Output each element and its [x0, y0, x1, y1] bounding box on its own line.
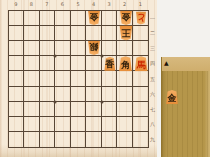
square-7-5[interactable] [40, 71, 55, 86]
square-9-4[interactable] [9, 56, 24, 71]
square-8-8[interactable] [24, 117, 39, 132]
shogi-diagram: 987654321 金金と王銀香角馬 一二三四五六七八九 ▲ 金 [0, 0, 210, 157]
square-4-2[interactable] [86, 26, 101, 41]
square-8-1[interactable] [24, 11, 39, 26]
square-1-3[interactable] [133, 41, 148, 56]
rank-label-5: 五 [148, 74, 157, 84]
square-3-3[interactable] [102, 41, 117, 56]
square-2-8[interactable] [117, 117, 132, 132]
square-8-4[interactable] [24, 56, 39, 71]
sente-hand-pieces: 金 [162, 71, 210, 157]
square-1-9[interactable] [133, 132, 148, 147]
rank-label-9: 九 [148, 134, 157, 144]
square-6-7[interactable] [55, 102, 70, 117]
rank-label-7: 七 [148, 104, 157, 114]
square-9-2[interactable] [9, 26, 24, 41]
rank-label-3: 三 [148, 43, 157, 53]
square-7-4[interactable] [40, 56, 55, 71]
file-label-8: 8 [26, 1, 36, 8]
square-5-3[interactable] [71, 41, 86, 56]
piece-glyph: 金 [168, 94, 177, 103]
square-8-6[interactable] [24, 87, 39, 102]
square-3-9[interactable] [102, 132, 117, 147]
square-6-3[interactable] [55, 41, 70, 56]
square-3-8[interactable] [102, 117, 117, 132]
file-label-3: 3 [104, 1, 114, 8]
rank-label-8: 八 [148, 119, 157, 129]
piece-glyph: 金 [90, 12, 99, 21]
square-7-9[interactable] [40, 132, 55, 147]
square-9-1[interactable] [9, 11, 24, 26]
square-1-2[interactable] [133, 26, 148, 41]
square-9-7[interactable] [9, 102, 24, 117]
square-4-8[interactable] [86, 117, 101, 132]
square-8-3[interactable] [24, 41, 39, 56]
square-1-8[interactable] [133, 117, 148, 132]
piece-glyph: 銀 [90, 43, 99, 52]
square-9-5[interactable] [9, 71, 24, 86]
file-label-2: 2 [120, 1, 130, 8]
square-5-9[interactable] [71, 132, 86, 147]
square-2-6[interactable] [117, 87, 132, 102]
square-8-5[interactable] [24, 71, 39, 86]
square-3-6[interactable] [102, 87, 117, 102]
square-9-9[interactable] [9, 132, 24, 147]
square-5-2[interactable] [71, 26, 86, 41]
piece-glyph: 金 [121, 12, 130, 21]
file-label-1: 1 [135, 1, 145, 8]
sente-marker-icon: ▲ [164, 59, 169, 67]
square-1-5[interactable] [133, 71, 148, 86]
square-9-6[interactable] [9, 87, 24, 102]
piece-glyph: 馬 [137, 60, 146, 69]
square-6-8[interactable] [55, 117, 70, 132]
piece-glyph: 王 [121, 28, 130, 37]
file-label-9: 9 [11, 1, 21, 8]
square-7-3[interactable] [40, 41, 55, 56]
rank-label-2: 二 [148, 28, 157, 38]
square-4-4[interactable] [86, 56, 101, 71]
hand-piece-金[interactable]: 金 [166, 90, 179, 104]
piece-glyph: 香 [105, 60, 114, 69]
square-5-1[interactable] [71, 11, 86, 26]
square-5-8[interactable] [71, 117, 86, 132]
square-5-6[interactable] [71, 87, 86, 102]
square-7-6[interactable] [40, 87, 55, 102]
piece-glyph: と [137, 12, 146, 21]
square-6-1[interactable] [55, 11, 70, 26]
file-label-7: 7 [42, 1, 52, 8]
square-4-7[interactable] [86, 102, 101, 117]
square-5-5[interactable] [71, 71, 86, 86]
square-8-2[interactable] [24, 26, 39, 41]
square-4-5[interactable] [86, 71, 101, 86]
square-3-1[interactable] [102, 11, 117, 26]
file-labels: 987654321 [8, 0, 148, 10]
square-2-3[interactable] [117, 41, 132, 56]
square-8-9[interactable] [24, 132, 39, 147]
rank-labels: 一二三四五六七八九 [148, 10, 157, 147]
square-1-7[interactable] [133, 102, 148, 117]
square-4-9[interactable] [86, 132, 101, 147]
square-1-6[interactable] [133, 87, 148, 102]
rank-label-1: 一 [148, 13, 157, 23]
square-7-1[interactable] [40, 11, 55, 26]
file-label-6: 6 [57, 1, 67, 8]
sente-hand-tray-header: ▲ [162, 57, 210, 71]
square-6-5[interactable] [55, 71, 70, 86]
piece-glyph: 角 [121, 60, 130, 69]
square-7-2[interactable] [40, 26, 55, 41]
file-label-5: 5 [73, 1, 83, 8]
rank-label-4: 四 [148, 58, 157, 68]
square-4-6[interactable] [86, 87, 101, 102]
square-5-7[interactable] [71, 102, 86, 117]
square-3-2[interactable] [102, 26, 117, 41]
square-6-9[interactable] [55, 132, 70, 147]
sente-hand-tray: ▲ 金 [161, 57, 210, 157]
square-6-2[interactable] [55, 26, 70, 41]
square-3-5[interactable] [102, 71, 117, 86]
square-9-8[interactable] [9, 117, 24, 132]
rank-label-6: 六 [148, 89, 157, 99]
square-2-9[interactable] [117, 132, 132, 147]
file-label-4: 4 [89, 1, 99, 8]
square-6-4[interactable] [55, 56, 70, 71]
square-2-5[interactable] [117, 71, 132, 86]
square-7-7[interactable] [40, 102, 55, 117]
square-7-8[interactable] [40, 117, 55, 132]
square-2-7[interactable] [117, 102, 132, 117]
square-6-6[interactable] [55, 87, 70, 102]
square-5-4[interactable] [71, 56, 86, 71]
square-3-7[interactable] [102, 102, 117, 117]
shogi-board-panel: 987654321 金金と王銀香角馬 一二三四五六七八九 [0, 0, 157, 157]
square-9-3[interactable] [9, 41, 24, 56]
square-8-7[interactable] [24, 102, 39, 117]
